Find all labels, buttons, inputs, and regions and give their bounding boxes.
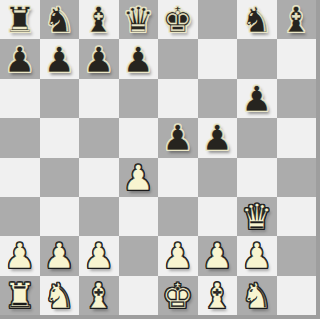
square-h3[interactable] bbox=[277, 197, 317, 236]
square-h2[interactable] bbox=[277, 236, 317, 275]
square-b1[interactable]: ♞ bbox=[40, 276, 80, 315]
square-b3[interactable] bbox=[40, 197, 80, 236]
square-b2[interactable]: ♟ bbox=[40, 236, 80, 275]
black-pawn[interactable]: ♟ bbox=[83, 43, 114, 78]
square-c5[interactable] bbox=[79, 118, 119, 157]
white-pawn[interactable]: ♟ bbox=[162, 239, 193, 274]
square-g6[interactable]: ♟ bbox=[237, 79, 277, 118]
black-pawn[interactable]: ♟ bbox=[44, 43, 75, 78]
black-pawn[interactable]: ♟ bbox=[202, 121, 233, 156]
white-queen[interactable]: ♛ bbox=[241, 200, 272, 235]
chess-app-window: ♜♞♝♛♚♞♝♟♟♟♟♟♟♟♟♛♟♟♟♟♟♟♜♞♝♚♝♞ bbox=[0, 0, 320, 319]
square-f2[interactable]: ♟ bbox=[198, 236, 238, 275]
black-bishop[interactable]: ♝ bbox=[83, 3, 114, 38]
square-f7[interactable] bbox=[198, 39, 238, 78]
square-b4[interactable] bbox=[40, 158, 80, 197]
square-g3[interactable]: ♛ bbox=[237, 197, 277, 236]
square-c1[interactable]: ♝ bbox=[79, 276, 119, 315]
square-e5[interactable]: ♟ bbox=[158, 118, 198, 157]
black-king[interactable]: ♚ bbox=[162, 3, 193, 38]
square-d2[interactable] bbox=[119, 236, 159, 275]
square-c6[interactable] bbox=[79, 79, 119, 118]
white-bishop[interactable]: ♝ bbox=[83, 279, 114, 314]
square-e8[interactable]: ♚ bbox=[158, 0, 198, 39]
square-e4[interactable] bbox=[158, 158, 198, 197]
white-pawn[interactable]: ♟ bbox=[83, 239, 114, 274]
square-f5[interactable]: ♟ bbox=[198, 118, 238, 157]
square-c8[interactable]: ♝ bbox=[79, 0, 119, 39]
square-a7[interactable]: ♟ bbox=[0, 39, 40, 78]
black-pawn[interactable]: ♟ bbox=[241, 82, 272, 117]
square-f3[interactable] bbox=[198, 197, 238, 236]
square-d5[interactable] bbox=[119, 118, 159, 157]
square-e3[interactable] bbox=[158, 197, 198, 236]
square-b7[interactable]: ♟ bbox=[40, 39, 80, 78]
black-pawn[interactable]: ♟ bbox=[123, 43, 154, 78]
square-a4[interactable] bbox=[0, 158, 40, 197]
square-f4[interactable] bbox=[198, 158, 238, 197]
square-c3[interactable] bbox=[79, 197, 119, 236]
white-pawn[interactable]: ♟ bbox=[202, 239, 233, 274]
square-b6[interactable] bbox=[40, 79, 80, 118]
white-king[interactable]: ♚ bbox=[162, 279, 193, 314]
square-g8[interactable]: ♞ bbox=[237, 0, 277, 39]
square-a3[interactable] bbox=[0, 197, 40, 236]
square-g1[interactable]: ♞ bbox=[237, 276, 277, 315]
black-bishop[interactable]: ♝ bbox=[281, 3, 312, 38]
black-knight[interactable]: ♞ bbox=[241, 3, 272, 38]
white-pawn[interactable]: ♟ bbox=[4, 239, 35, 274]
square-h8[interactable]: ♝ bbox=[277, 0, 317, 39]
square-e1[interactable]: ♚ bbox=[158, 276, 198, 315]
square-h6[interactable] bbox=[277, 79, 317, 118]
square-e7[interactable] bbox=[158, 39, 198, 78]
square-a2[interactable]: ♟ bbox=[0, 236, 40, 275]
square-e6[interactable] bbox=[158, 79, 198, 118]
square-d3[interactable] bbox=[119, 197, 159, 236]
square-f8[interactable] bbox=[198, 0, 238, 39]
square-f6[interactable] bbox=[198, 79, 238, 118]
square-h1[interactable] bbox=[277, 276, 317, 315]
white-pawn[interactable]: ♟ bbox=[123, 161, 154, 196]
black-queen[interactable]: ♛ bbox=[123, 3, 154, 38]
white-bishop[interactable]: ♝ bbox=[202, 279, 233, 314]
square-c2[interactable]: ♟ bbox=[79, 236, 119, 275]
square-a5[interactable] bbox=[0, 118, 40, 157]
square-a1[interactable]: ♜ bbox=[0, 276, 40, 315]
white-pawn[interactable]: ♟ bbox=[241, 239, 272, 274]
square-d6[interactable] bbox=[119, 79, 159, 118]
square-c7[interactable]: ♟ bbox=[79, 39, 119, 78]
square-d1[interactable] bbox=[119, 276, 159, 315]
square-c4[interactable] bbox=[79, 158, 119, 197]
white-pawn[interactable]: ♟ bbox=[44, 239, 75, 274]
square-b5[interactable] bbox=[40, 118, 80, 157]
square-a8[interactable]: ♜ bbox=[0, 0, 40, 39]
square-g4[interactable] bbox=[237, 158, 277, 197]
square-h7[interactable] bbox=[277, 39, 317, 78]
black-knight[interactable]: ♞ bbox=[44, 3, 75, 38]
square-d7[interactable]: ♟ bbox=[119, 39, 159, 78]
black-pawn[interactable]: ♟ bbox=[4, 43, 35, 78]
square-d8[interactable]: ♛ bbox=[119, 0, 159, 39]
square-a6[interactable] bbox=[0, 79, 40, 118]
white-knight[interactable]: ♞ bbox=[241, 279, 272, 314]
square-g2[interactable]: ♟ bbox=[237, 236, 277, 275]
square-e2[interactable]: ♟ bbox=[158, 236, 198, 275]
square-h5[interactable] bbox=[277, 118, 317, 157]
square-b8[interactable]: ♞ bbox=[40, 0, 80, 39]
square-f1[interactable]: ♝ bbox=[198, 276, 238, 315]
black-pawn[interactable]: ♟ bbox=[162, 121, 193, 156]
white-knight[interactable]: ♞ bbox=[44, 279, 75, 314]
square-h4[interactable] bbox=[277, 158, 317, 197]
square-d4[interactable]: ♟ bbox=[119, 158, 159, 197]
white-rook[interactable]: ♜ bbox=[4, 279, 35, 314]
black-rook[interactable]: ♜ bbox=[4, 3, 35, 38]
square-g5[interactable] bbox=[237, 118, 277, 157]
chess-board: ♜♞♝♛♚♞♝♟♟♟♟♟♟♟♟♛♟♟♟♟♟♟♜♞♝♚♝♞ bbox=[0, 0, 316, 315]
square-g7[interactable] bbox=[237, 39, 277, 78]
